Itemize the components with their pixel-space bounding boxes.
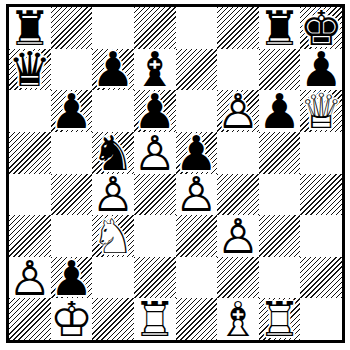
piece-white-knight[interactable]: ♞♘ — [92, 215, 134, 257]
square-f3[interactable]: ♟♙ — [217, 215, 259, 257]
piece-white-pawn[interactable]: ♟♙ — [9, 257, 51, 299]
square-g3[interactable] — [259, 215, 301, 257]
piece-black-queen[interactable]: ♛♛ — [9, 49, 51, 91]
white-pawn-icon: ♙ — [9, 257, 51, 299]
piece-black-pawn[interactable]: ♟♟ — [51, 90, 93, 132]
piece-white-king[interactable]: ♚♔ — [51, 298, 93, 340]
piece-white-pawn[interactable]: ♟♙ — [217, 215, 259, 257]
piece-white-queen[interactable]: ♛♕ — [300, 90, 342, 132]
square-e1[interactable] — [176, 298, 218, 340]
square-e2[interactable] — [176, 257, 218, 299]
square-c7[interactable]: ♟♟ — [92, 49, 134, 91]
square-h6[interactable]: ♛♕ — [300, 90, 342, 132]
square-b6[interactable]: ♟♟ — [51, 90, 93, 132]
black-pawn-icon: ♟ — [259, 90, 301, 132]
white-knight-icon: ♘ — [92, 215, 134, 257]
square-g6[interactable]: ♟♟ — [259, 90, 301, 132]
piece-white-rook[interactable]: ♜♖ — [259, 298, 301, 340]
square-g4[interactable] — [259, 174, 301, 216]
white-bishop-icon: ♗ — [217, 298, 259, 340]
square-d1[interactable]: ♜♖ — [134, 298, 176, 340]
square-b1[interactable]: ♚♔ — [51, 298, 93, 340]
square-h2[interactable] — [300, 257, 342, 299]
square-f8[interactable] — [217, 7, 259, 49]
square-c1[interactable] — [92, 298, 134, 340]
white-queen-icon: ♕ — [300, 90, 342, 132]
white-pawn-icon: ♙ — [217, 215, 259, 257]
square-h3[interactable] — [300, 215, 342, 257]
chess-board[interactable]: ♜♜♜♜♚♚♛♛♟♟♝♝♟♟♟♟♟♟♟♙♟♟♛♕♞♞♟♙♟♟♟♙♟♙♞♘♟♙♟♙… — [9, 7, 342, 340]
piece-white-pawn[interactable]: ♟♙ — [134, 132, 176, 174]
black-pawn-icon: ♟ — [92, 49, 134, 91]
square-g8[interactable]: ♜♜ — [259, 7, 301, 49]
white-pawn-icon: ♙ — [176, 174, 218, 216]
white-king-icon: ♔ — [51, 298, 93, 340]
square-a7[interactable]: ♛♛ — [9, 49, 51, 91]
black-pawn-icon: ♟ — [51, 90, 93, 132]
square-h4[interactable] — [300, 174, 342, 216]
chess-diagram-page: ♜♜♜♜♚♚♛♛♟♟♝♝♟♟♟♟♟♟♟♙♟♟♛♕♞♞♟♙♟♟♟♙♟♙♞♘♟♙♟♙… — [0, 0, 350, 350]
piece-black-pawn[interactable]: ♟♟ — [92, 49, 134, 91]
piece-white-rook[interactable]: ♜♖ — [134, 298, 176, 340]
square-a4[interactable] — [9, 174, 51, 216]
square-e7[interactable] — [176, 49, 218, 91]
piece-white-pawn[interactable]: ♟♙ — [176, 174, 218, 216]
square-c3[interactable]: ♞♘ — [92, 215, 134, 257]
white-rook-icon: ♖ — [259, 298, 301, 340]
square-g1[interactable]: ♜♖ — [259, 298, 301, 340]
piece-black-rook[interactable]: ♜♜ — [259, 7, 301, 49]
black-queen-icon: ♛ — [9, 49, 51, 91]
white-pawn-icon: ♙ — [217, 90, 259, 132]
square-d3[interactable] — [134, 215, 176, 257]
square-e4[interactable]: ♟♙ — [176, 174, 218, 216]
piece-white-pawn[interactable]: ♟♙ — [217, 90, 259, 132]
white-rook-icon: ♖ — [134, 298, 176, 340]
square-h1[interactable] — [300, 298, 342, 340]
square-e8[interactable] — [176, 7, 218, 49]
white-pawn-icon: ♙ — [134, 132, 176, 174]
square-b4[interactable] — [51, 174, 93, 216]
square-f6[interactable]: ♟♙ — [217, 90, 259, 132]
square-b8[interactable] — [51, 7, 93, 49]
black-rook-icon: ♜ — [259, 7, 301, 49]
piece-black-pawn[interactable]: ♟♟ — [259, 90, 301, 132]
square-a5[interactable] — [9, 132, 51, 174]
square-a2[interactable]: ♟♙ — [9, 257, 51, 299]
square-f1[interactable]: ♝♗ — [217, 298, 259, 340]
piece-white-bishop[interactable]: ♝♗ — [217, 298, 259, 340]
square-d5[interactable]: ♟♙ — [134, 132, 176, 174]
chess-board-frame: ♜♜♜♜♚♚♛♛♟♟♝♝♟♟♟♟♟♟♟♙♟♟♛♕♞♞♟♙♟♟♟♙♟♙♞♘♟♙♟♙… — [6, 4, 345, 343]
